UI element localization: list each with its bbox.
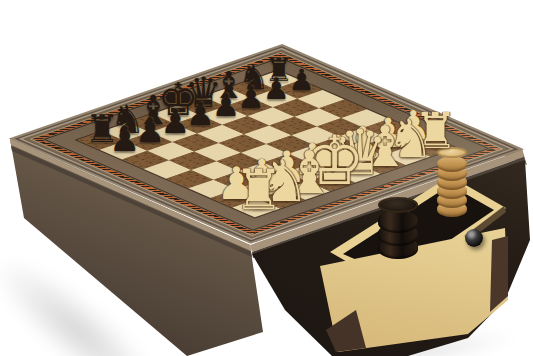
piece-white-rook[interactable]: ♜ bbox=[231, 163, 286, 218]
piece-black-pawn[interactable]: ♟ bbox=[108, 122, 142, 156]
checker[interactable] bbox=[378, 210, 418, 233]
checker[interactable] bbox=[378, 197, 418, 213]
chess-set-photo: ♜♞♟♝♟♛♟♚♟♝♟♞♟♟♜♟♟♜♟♟♞♟♝♟♛♟♚♟♝♟♞♜ bbox=[0, 0, 533, 356]
piece-black-pawn[interactable]: ♟ bbox=[287, 66, 316, 95]
